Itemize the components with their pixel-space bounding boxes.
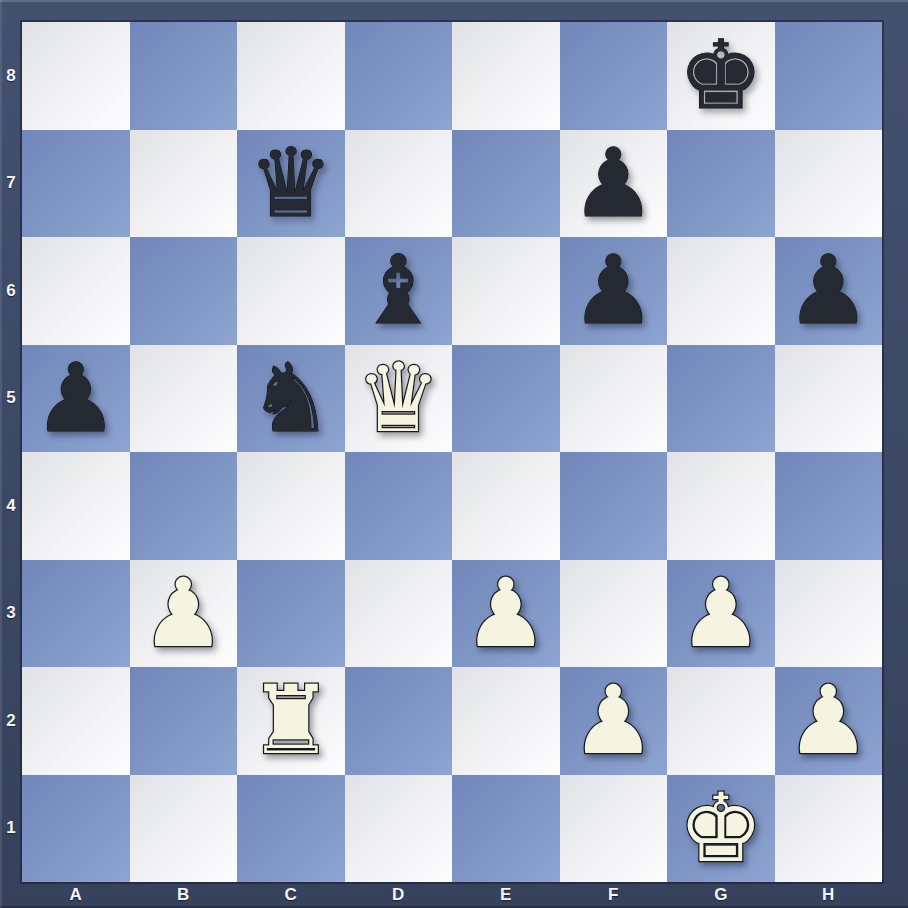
- square-h4[interactable]: [775, 452, 883, 560]
- square-b6[interactable]: [130, 237, 238, 345]
- file-label-a: A: [22, 882, 130, 908]
- square-h5[interactable]: [775, 345, 883, 453]
- black-knight[interactable]: ♞: [248, 351, 333, 446]
- file-label-e: E: [452, 882, 560, 908]
- square-b3[interactable]: ♟: [130, 560, 238, 668]
- rank-label-4: 4: [0, 452, 22, 560]
- square-c7[interactable]: ♛: [237, 130, 345, 238]
- square-g8[interactable]: ♚: [667, 22, 775, 130]
- rank-label-7: 7: [0, 130, 22, 238]
- square-c5[interactable]: ♞: [237, 345, 345, 453]
- chess-board-frame: 87654321 ABCDEFGH ♚♛♟♝♟♟♟♞♛♟♟♟♜♟♟♚: [0, 0, 908, 908]
- square-e3[interactable]: ♟: [452, 560, 560, 668]
- square-h1[interactable]: [775, 775, 883, 883]
- file-label-h: H: [775, 882, 883, 908]
- file-label-d: D: [345, 882, 453, 908]
- white-pawn[interactable]: ♟: [463, 566, 548, 661]
- square-h8[interactable]: [775, 22, 883, 130]
- square-h2[interactable]: ♟: [775, 667, 883, 775]
- square-a2[interactable]: [22, 667, 130, 775]
- square-a3[interactable]: [22, 560, 130, 668]
- black-pawn[interactable]: ♟: [571, 243, 656, 338]
- rank-label-3: 3: [0, 560, 22, 668]
- square-d4[interactable]: [345, 452, 453, 560]
- square-a4[interactable]: [22, 452, 130, 560]
- square-e5[interactable]: [452, 345, 560, 453]
- rank-label-5: 5: [0, 345, 22, 453]
- file-label-g: G: [667, 882, 775, 908]
- square-b8[interactable]: [130, 22, 238, 130]
- black-pawn[interactable]: ♟: [786, 243, 871, 338]
- black-pawn[interactable]: ♟: [571, 136, 656, 231]
- white-queen[interactable]: ♛: [356, 351, 441, 446]
- square-d3[interactable]: [345, 560, 453, 668]
- square-a6[interactable]: [22, 237, 130, 345]
- square-b2[interactable]: [130, 667, 238, 775]
- rank-label-6: 6: [0, 237, 22, 345]
- square-h7[interactable]: [775, 130, 883, 238]
- rank-labels: 87654321: [0, 22, 22, 882]
- square-a1[interactable]: [22, 775, 130, 883]
- square-c1[interactable]: [237, 775, 345, 883]
- square-d6[interactable]: ♝: [345, 237, 453, 345]
- file-labels: ABCDEFGH: [22, 882, 882, 908]
- square-h6[interactable]: ♟: [775, 237, 883, 345]
- square-g5[interactable]: [667, 345, 775, 453]
- square-d8[interactable]: [345, 22, 453, 130]
- square-e6[interactable]: [452, 237, 560, 345]
- square-c8[interactable]: [237, 22, 345, 130]
- chess-board: ♚♛♟♝♟♟♟♞♛♟♟♟♜♟♟♚: [22, 22, 882, 882]
- square-f2[interactable]: ♟: [560, 667, 668, 775]
- white-pawn[interactable]: ♟: [786, 673, 871, 768]
- square-c2[interactable]: ♜: [237, 667, 345, 775]
- square-e4[interactable]: [452, 452, 560, 560]
- square-g6[interactable]: [667, 237, 775, 345]
- square-b4[interactable]: [130, 452, 238, 560]
- square-b1[interactable]: [130, 775, 238, 883]
- square-e8[interactable]: [452, 22, 560, 130]
- white-pawn[interactable]: ♟: [141, 566, 226, 661]
- square-f1[interactable]: [560, 775, 668, 883]
- square-f8[interactable]: [560, 22, 668, 130]
- square-d2[interactable]: [345, 667, 453, 775]
- square-g2[interactable]: [667, 667, 775, 775]
- square-b7[interactable]: [130, 130, 238, 238]
- white-king[interactable]: ♚: [678, 781, 763, 876]
- square-a5[interactable]: ♟: [22, 345, 130, 453]
- white-pawn[interactable]: ♟: [571, 673, 656, 768]
- square-e7[interactable]: [452, 130, 560, 238]
- square-f5[interactable]: [560, 345, 668, 453]
- black-bishop[interactable]: ♝: [356, 243, 441, 338]
- square-d5[interactable]: ♛: [345, 345, 453, 453]
- square-g7[interactable]: [667, 130, 775, 238]
- square-a8[interactable]: [22, 22, 130, 130]
- square-e1[interactable]: [452, 775, 560, 883]
- square-d7[interactable]: [345, 130, 453, 238]
- black-queen[interactable]: ♛: [248, 136, 333, 231]
- square-f6[interactable]: ♟: [560, 237, 668, 345]
- square-f3[interactable]: [560, 560, 668, 668]
- square-d1[interactable]: [345, 775, 453, 883]
- square-h3[interactable]: [775, 560, 883, 668]
- square-f7[interactable]: ♟: [560, 130, 668, 238]
- rank-label-2: 2: [0, 667, 22, 775]
- square-c6[interactable]: [237, 237, 345, 345]
- white-pawn[interactable]: ♟: [678, 566, 763, 661]
- square-e2[interactable]: [452, 667, 560, 775]
- square-g3[interactable]: ♟: [667, 560, 775, 668]
- square-c3[interactable]: [237, 560, 345, 668]
- square-a7[interactable]: [22, 130, 130, 238]
- square-b5[interactable]: [130, 345, 238, 453]
- black-king[interactable]: ♚: [678, 28, 763, 123]
- square-g1[interactable]: ♚: [667, 775, 775, 883]
- file-label-c: C: [237, 882, 345, 908]
- file-label-b: B: [130, 882, 238, 908]
- rank-label-1: 1: [0, 775, 22, 883]
- rank-label-8: 8: [0, 22, 22, 130]
- file-label-f: F: [560, 882, 668, 908]
- square-f4[interactable]: [560, 452, 668, 560]
- black-pawn[interactable]: ♟: [33, 351, 118, 446]
- white-rook[interactable]: ♜: [248, 673, 333, 768]
- square-g4[interactable]: [667, 452, 775, 560]
- square-c4[interactable]: [237, 452, 345, 560]
